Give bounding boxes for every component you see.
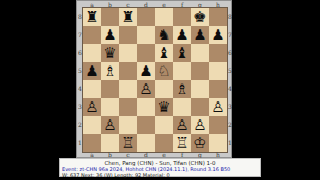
rank-labels-right: 87654321 [227, 8, 233, 152]
coord-label-f: f [173, 151, 191, 158]
square-g2-P: ♙ [191, 116, 209, 134]
square-b3-empty [101, 98, 119, 116]
square-b8-empty [101, 8, 119, 26]
square-h1-empty [209, 134, 227, 152]
coord-label-3: 3 [227, 98, 233, 116]
coord-label-5: 5 [227, 62, 233, 80]
square-c2-empty [119, 116, 137, 134]
coord-label-h: h [209, 151, 227, 158]
square-a2-empty [83, 116, 101, 134]
coord-label-4: 4 [227, 80, 233, 98]
square-e3-q: ♛ [155, 98, 173, 116]
square-h2-empty [209, 116, 227, 134]
square-a6-empty [83, 44, 101, 62]
square-g1-K: ♔ [191, 134, 209, 152]
square-h4-empty [209, 80, 227, 98]
square-d1-empty [137, 134, 155, 152]
square-h8-empty [209, 8, 227, 26]
square-f5-empty [173, 62, 191, 80]
square-a4-empty [83, 80, 101, 98]
file-labels-bottom: abcdefgh [83, 151, 227, 158]
square-a5-p: ♟ [83, 62, 101, 80]
square-c7-empty [119, 26, 137, 44]
square-h3-P: ♙ [209, 98, 227, 116]
square-d8-empty [137, 8, 155, 26]
square-d4-P: ♙ [137, 80, 155, 98]
square-c8-r: ♜ [119, 8, 137, 26]
game-info-panel: Chen, Pang (CHN) - Sun, Tifan (CHN) 1-0 … [59, 158, 261, 177]
coord-label-7: 7 [227, 26, 233, 44]
square-b1-empty [101, 134, 119, 152]
coord-label-e: e [155, 151, 173, 158]
coord-label-c: c [119, 151, 137, 158]
square-b5-B: ♗ [101, 62, 119, 80]
square-g3-empty [191, 98, 209, 116]
square-b4-empty [101, 80, 119, 98]
square-d7-empty [137, 26, 155, 44]
square-f3-empty [173, 98, 191, 116]
square-f1-R: ♖ [173, 134, 191, 152]
square-g4-empty [191, 80, 209, 98]
coord-label-g: g [191, 151, 209, 158]
square-e8-empty [155, 8, 173, 26]
square-g5-empty [191, 62, 209, 80]
square-f7-p: ♟ [173, 26, 191, 44]
coord-label-1: 1 [227, 134, 233, 152]
coord-label-d: d [137, 151, 155, 158]
square-e6-b: ♝ [155, 44, 173, 62]
square-f4-B: ♗ [173, 80, 191, 98]
coord-label-b: b [101, 151, 119, 158]
square-e7-n: ♞ [155, 26, 173, 44]
square-d2-empty [137, 116, 155, 134]
square-d6-empty [137, 44, 155, 62]
square-b7-p: ♟ [101, 26, 119, 44]
event-line: Event: zt-CHN 96a 2024, Hohhot CHN (2024… [60, 166, 260, 172]
coord-label-6: 6 [227, 44, 233, 62]
screenshot-background: abcdefgh 87654321 ♜♜♚♟♞♟♟♟♛♝♝♟♗♟♘♙♗♙♛♙♙♙… [0, 0, 320, 180]
coord-label-2: 2 [227, 116, 233, 134]
coord-label-8: 8 [227, 8, 233, 26]
square-e5-N: ♘ [155, 62, 173, 80]
square-g8-k: ♚ [191, 8, 209, 26]
chess-board: ♜♜♚♟♞♟♟♟♛♝♝♟♗♟♘♙♗♙♛♙♙♙♙♖♖♔ [82, 7, 228, 153]
square-f6-b: ♝ [173, 44, 191, 62]
square-c6-empty [119, 44, 137, 62]
square-e1-empty [155, 134, 173, 152]
stats-line: W: 637 Next: 36 (W) Length: 92 Material:… [60, 172, 260, 178]
square-f2-P: ♙ [173, 116, 191, 134]
square-g6-empty [191, 44, 209, 62]
square-c5-empty [119, 62, 137, 80]
square-g7-p: ♟ [191, 26, 209, 44]
square-d3-empty [137, 98, 155, 116]
square-b2-P: ♙ [101, 116, 119, 134]
board-diagram: abcdefgh 87654321 ♜♜♚♟♞♟♟♟♛♝♝♟♗♟♘♙♗♙♛♙♙♙… [76, 0, 232, 158]
coord-label-a: a [83, 151, 101, 158]
square-f8-empty [173, 8, 191, 26]
square-h5-empty [209, 62, 227, 80]
square-c4-empty [119, 80, 137, 98]
square-e2-empty [155, 116, 173, 134]
square-c3-empty [119, 98, 137, 116]
square-h6-empty [209, 44, 227, 62]
square-a1-empty [83, 134, 101, 152]
square-a8-r: ♜ [83, 8, 101, 26]
square-c1-R: ♖ [119, 134, 137, 152]
square-e4-empty [155, 80, 173, 98]
square-h7-p: ♟ [209, 26, 227, 44]
square-d5-p: ♟ [137, 62, 155, 80]
square-b6-q: ♛ [101, 44, 119, 62]
square-a3-P: ♙ [83, 98, 101, 116]
square-a7-empty [83, 26, 101, 44]
